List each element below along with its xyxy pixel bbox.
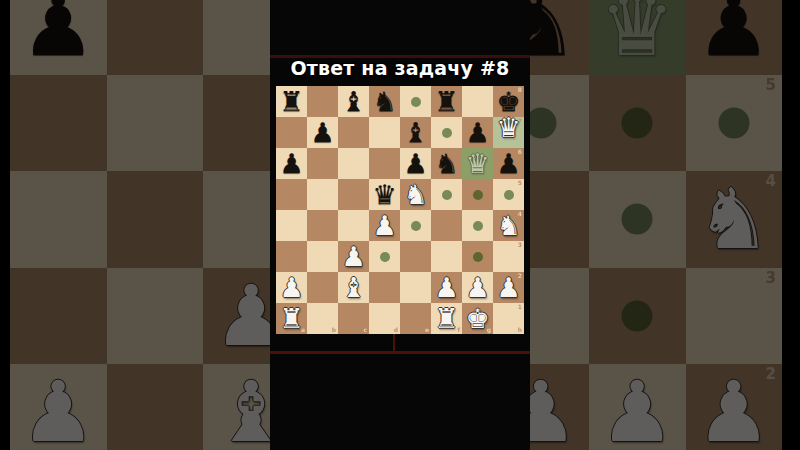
black-pawn-b7[interactable]: ♟ xyxy=(307,117,338,148)
square-c1[interactable]: c xyxy=(338,303,369,334)
square-h1[interactable]: 1h xyxy=(493,303,524,334)
legal-move-dot[interactable] xyxy=(380,252,390,262)
square-c6[interactable] xyxy=(338,148,369,179)
legal-move-dot xyxy=(718,107,749,138)
square-e4[interactable] xyxy=(400,210,431,241)
square-h6[interactable]: 6♟ xyxy=(493,148,524,179)
black-rook-a8[interactable]: ♜ xyxy=(276,86,307,117)
square-f1[interactable]: f♜ xyxy=(431,303,462,334)
square-g3 xyxy=(589,268,686,365)
square-e8[interactable] xyxy=(400,86,431,117)
square-f6[interactable]: ♞ xyxy=(431,148,462,179)
legal-move-dot[interactable] xyxy=(473,190,483,200)
square-h6: 6♟ xyxy=(686,0,783,75)
legal-move-dot[interactable] xyxy=(442,190,452,200)
legal-move-dot xyxy=(622,204,653,235)
white-pawn-a2: ♟ xyxy=(10,364,107,450)
square-b5[interactable] xyxy=(307,179,338,210)
square-a3 xyxy=(10,268,107,365)
square-g8[interactable] xyxy=(462,86,493,117)
file-coordinate: c xyxy=(363,327,367,333)
square-b2 xyxy=(107,364,204,450)
white-king-g1[interactable]: ♚ xyxy=(462,303,493,334)
square-e2[interactable] xyxy=(400,272,431,303)
square-b7[interactable]: ♟ xyxy=(307,117,338,148)
white-knight-h4[interactable]: ♞ xyxy=(493,210,524,241)
video-strip: Ответ на задачу #8 ♜♝♞♜8♚♟♝♟7♛♟♟♞♛6♟♛♞5♟… xyxy=(270,0,530,450)
file-coordinate: h xyxy=(518,327,522,333)
square-e3[interactable] xyxy=(400,241,431,272)
white-knight-e5[interactable]: ♞ xyxy=(400,179,431,210)
chess-board: ♜♝♞♜8♚♟♝♟7♛♟♟♞♛6♟♛♞5♟4♞♟3♟♝♟♟2♟a♜bcdef♜g… xyxy=(276,86,524,334)
bottom-red-line xyxy=(270,351,530,354)
ghost-white-queen: ♛ xyxy=(462,148,493,179)
square-a2[interactable]: ♟ xyxy=(276,272,307,303)
file-coordinate: e xyxy=(425,327,429,333)
square-e6[interactable]: ♟ xyxy=(400,148,431,179)
puzzle-title: Ответ на задачу #8 xyxy=(270,57,530,79)
square-e5[interactable]: ♞ xyxy=(400,179,431,210)
square-h3[interactable]: 3 xyxy=(493,241,524,272)
white-knight-h4: ♞ xyxy=(686,171,783,268)
square-a4[interactable] xyxy=(276,210,307,241)
square-a5[interactable] xyxy=(276,179,307,210)
square-a1[interactable]: a♜ xyxy=(276,303,307,334)
square-f5[interactable] xyxy=(431,179,462,210)
square-g6: ♛ xyxy=(589,0,686,75)
legal-move-dot xyxy=(622,300,653,331)
black-pawn-a6[interactable]: ♟ xyxy=(276,148,307,179)
square-d4[interactable]: ♟ xyxy=(369,210,400,241)
square-b5 xyxy=(107,75,204,172)
file-coordinate: d xyxy=(394,327,398,333)
file-coordinate: b xyxy=(332,327,336,333)
rank-coordinate: 3 xyxy=(518,242,522,248)
black-pawn-e6[interactable]: ♟ xyxy=(400,148,431,179)
square-g3[interactable] xyxy=(462,241,493,272)
square-c7[interactable] xyxy=(338,117,369,148)
white-pawn-a2[interactable]: ♟ xyxy=(276,272,307,303)
square-f7[interactable] xyxy=(431,117,462,148)
white-pawn-c3[interactable]: ♟ xyxy=(338,241,369,272)
white-pawn-f2[interactable]: ♟ xyxy=(431,272,462,303)
black-bishop-c8[interactable]: ♝ xyxy=(338,86,369,117)
square-a2: ♟ xyxy=(10,364,107,450)
square-f4[interactable] xyxy=(431,210,462,241)
white-rook-f1[interactable]: ♜ xyxy=(431,303,462,334)
square-b1[interactable]: b xyxy=(307,303,338,334)
square-h5: 5 xyxy=(686,75,783,172)
black-queen-d5[interactable]: ♛ xyxy=(369,179,400,210)
square-g7[interactable]: ♟ xyxy=(462,117,493,148)
black-rook-f8[interactable]: ♜ xyxy=(431,86,462,117)
legal-move-dot xyxy=(622,107,653,138)
square-b2[interactable] xyxy=(307,272,338,303)
square-b4[interactable] xyxy=(307,210,338,241)
legal-move-dot[interactable] xyxy=(411,97,421,107)
square-d7[interactable] xyxy=(369,117,400,148)
white-bishop-c2[interactable]: ♝ xyxy=(338,272,369,303)
square-h7[interactable]: 7♛ xyxy=(493,117,524,148)
square-f2[interactable]: ♟ xyxy=(431,272,462,303)
square-a6[interactable]: ♟ xyxy=(276,148,307,179)
square-b8[interactable] xyxy=(307,86,338,117)
square-g5 xyxy=(589,75,686,172)
square-a5 xyxy=(10,75,107,172)
square-d8[interactable]: ♞ xyxy=(369,86,400,117)
black-pawn-h6: ♟ xyxy=(686,0,783,75)
square-f8[interactable]: ♜ xyxy=(431,86,462,117)
rank-coordinate: 5 xyxy=(518,180,522,186)
square-b3[interactable] xyxy=(307,241,338,272)
square-d2[interactable] xyxy=(369,272,400,303)
square-b6[interactable] xyxy=(307,148,338,179)
white-pawn-d4[interactable]: ♟ xyxy=(369,210,400,241)
black-pawn-g7[interactable]: ♟ xyxy=(462,117,493,148)
square-a3[interactable] xyxy=(276,241,307,272)
ghost-white-queen: ♛ xyxy=(589,0,686,75)
square-c5[interactable] xyxy=(338,179,369,210)
square-h2: 2♟ xyxy=(686,364,783,450)
white-queen-h7[interactable]: ♛ xyxy=(493,112,524,143)
square-g1[interactable]: g♚ xyxy=(462,303,493,334)
square-b3 xyxy=(107,268,204,365)
white-rook-a1[interactable]: ♜ xyxy=(276,303,307,334)
square-c4[interactable] xyxy=(338,210,369,241)
square-a6: ♟ xyxy=(10,0,107,75)
square-h2[interactable]: 2♟ xyxy=(493,272,524,303)
square-g2[interactable]: ♟ xyxy=(462,272,493,303)
square-c8[interactable]: ♝ xyxy=(338,86,369,117)
square-g6[interactable]: ♛ xyxy=(462,148,493,179)
video-frame: ♜♝♞♜8♚♟♝♟7♛♟♟♞♛6♟♛♞5♟4♞♟3♟♝♟♟2♟a♜bcdef♜g… xyxy=(0,0,800,450)
square-d3[interactable] xyxy=(369,241,400,272)
bottom-red-line-vertical xyxy=(393,334,395,351)
square-c3[interactable]: ♟ xyxy=(338,241,369,272)
legal-move-dot[interactable] xyxy=(442,128,452,138)
legal-move-dot[interactable] xyxy=(473,221,483,231)
square-a8[interactable]: ♜ xyxy=(276,86,307,117)
square-a4 xyxy=(10,171,107,268)
square-h3: 3 xyxy=(686,268,783,365)
legal-move-dot[interactable] xyxy=(504,190,514,200)
rank-coordinate: 1 xyxy=(518,304,522,310)
black-pawn-h6[interactable]: ♟ xyxy=(493,148,524,179)
square-g2: ♟ xyxy=(589,364,686,450)
white-pawn-h2: ♟ xyxy=(686,364,783,450)
legal-move-dot[interactable] xyxy=(411,221,421,231)
legal-move-dot[interactable] xyxy=(473,252,483,262)
black-knight-d8[interactable]: ♞ xyxy=(369,86,400,117)
square-h4[interactable]: 4♞ xyxy=(493,210,524,241)
square-g4[interactable] xyxy=(462,210,493,241)
square-g4 xyxy=(589,171,686,268)
white-pawn-g2: ♟ xyxy=(589,364,686,450)
square-b6 xyxy=(107,0,204,75)
square-e7[interactable]: ♝ xyxy=(400,117,431,148)
square-d5[interactable]: ♛ xyxy=(369,179,400,210)
square-g5[interactable] xyxy=(462,179,493,210)
white-pawn-h2[interactable]: ♟ xyxy=(493,272,524,303)
black-knight-f6[interactable]: ♞ xyxy=(431,148,462,179)
rank-coordinate: 3 xyxy=(766,271,776,286)
square-f3[interactable] xyxy=(431,241,462,272)
square-e1[interactable]: e xyxy=(400,303,431,334)
square-a7[interactable] xyxy=(276,117,307,148)
square-d1[interactable]: d xyxy=(369,303,400,334)
square-h4: 4♞ xyxy=(686,171,783,268)
black-pawn-a6: ♟ xyxy=(10,0,107,75)
square-d6[interactable] xyxy=(369,148,400,179)
white-pawn-g2[interactable]: ♟ xyxy=(462,272,493,303)
black-bishop-e7[interactable]: ♝ xyxy=(400,117,431,148)
rank-coordinate: 5 xyxy=(766,78,776,93)
square-h5[interactable]: 5 xyxy=(493,179,524,210)
square-c2[interactable]: ♝ xyxy=(338,272,369,303)
square-b4 xyxy=(107,171,204,268)
